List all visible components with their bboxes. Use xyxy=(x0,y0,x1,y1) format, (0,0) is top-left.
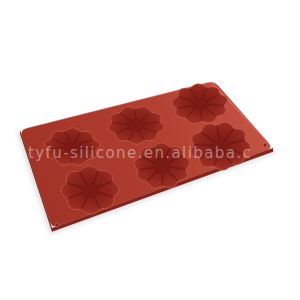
hang-hole xyxy=(55,223,59,227)
hang-hole xyxy=(263,143,267,147)
silicone-mold-image xyxy=(0,0,300,300)
product-photo: tyfu-silicone.en.alibaba.c xyxy=(0,0,300,300)
mold-cavity xyxy=(61,166,119,214)
